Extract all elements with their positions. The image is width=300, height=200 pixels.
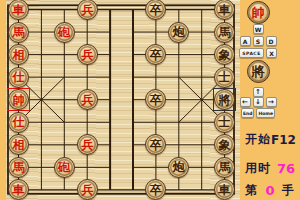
key-space: SPACE: [239, 48, 264, 58]
piece-black-advisor[interactable]: 士: [214, 112, 235, 133]
piece-glyph: 砲: [58, 26, 70, 38]
black-key-row-2: ←↓→: [240, 97, 276, 107]
piece-red-soldier[interactable]: 兵: [77, 44, 98, 65]
piece-glyph: 卒: [150, 94, 162, 106]
piece-glyph: 兵: [81, 4, 93, 16]
piece-glyph: 炮: [173, 161, 185, 173]
piece-glyph: 車: [13, 184, 25, 196]
piece-glyph: 仕: [13, 71, 25, 83]
red-general-indicator: 帥: [247, 1, 270, 24]
key-w: W: [253, 24, 264, 34]
key-home: Home: [256, 108, 275, 118]
key-d: D: [266, 36, 277, 46]
key-arrow-down: ↓: [253, 97, 264, 107]
start-label: 开始: [245, 131, 271, 148]
red-key-row-3: SPACEX: [240, 48, 276, 58]
piece-red-elephant[interactable]: 相: [8, 44, 29, 65]
xiangqi-board[interactable]: 車馬相仕帥仕相馬車砲砲兵兵兵兵兵卒卒卒卒卒炮炮車馬象士將士象馬車: [6, 0, 240, 200]
xiangqi-app: 車馬相仕帥仕相馬車砲砲兵兵兵兵兵卒卒卒卒卒炮炮車馬象士將士象馬車 帥 W ASD…: [0, 0, 300, 200]
piece-glyph: 炮: [173, 26, 185, 38]
piece-glyph: 兵: [81, 184, 93, 196]
piece-red-advisor[interactable]: 仕: [8, 67, 29, 88]
key-arrow-up: ↑: [253, 87, 264, 97]
piece-black-horse[interactable]: 馬: [214, 157, 235, 178]
piece-glyph: 士: [219, 71, 231, 83]
control-panel: 帥 W ASD SPACEX 將 ↑ ←↓→ EndHome 开始 F12 用时…: [240, 0, 300, 200]
piece-glyph: 車: [219, 184, 231, 196]
red-key-row-2: ASD: [240, 36, 276, 46]
piece-glyph: 兵: [81, 94, 93, 106]
piece-glyph: 馬: [13, 26, 25, 38]
piece-glyph: 馬: [13, 161, 25, 173]
piece-glyph: 帥: [13, 94, 25, 106]
piece-glyph: 相: [13, 139, 25, 151]
piece-red-advisor[interactable]: 仕: [8, 112, 29, 133]
piece-glyph: 卒: [150, 4, 162, 16]
piece-black-cannon[interactable]: 炮: [168, 157, 189, 178]
move-prefix: 第: [245, 182, 258, 199]
piece-black-chariot[interactable]: 車: [214, 179, 235, 200]
piece-black-cannon[interactable]: 炮: [168, 22, 189, 43]
piece-red-cannon[interactable]: 砲: [54, 157, 75, 178]
move-suffix: 手: [282, 182, 295, 199]
key-a: A: [240, 36, 251, 46]
status-start: 开始 F12: [242, 131, 298, 148]
piece-red-horse[interactable]: 馬: [8, 157, 29, 178]
piece-glyph: 象: [219, 139, 231, 151]
black-general-indicator: 將: [247, 60, 270, 83]
status-time: 用时 76: [242, 160, 298, 177]
key-s: S: [253, 36, 264, 46]
status-move: 第 0 手: [242, 182, 298, 199]
piece-glyph: 將: [219, 94, 231, 106]
time-value: 76: [277, 161, 295, 176]
piece-red-soldier[interactable]: 兵: [77, 179, 98, 200]
red-key-row-1: W: [240, 24, 276, 34]
piece-glyph: 卒: [150, 49, 162, 61]
piece-glyph: 士: [219, 116, 231, 128]
piece-red-cannon[interactable]: 砲: [54, 22, 75, 43]
piece-glyph: 兵: [81, 139, 93, 151]
key-x: X: [266, 48, 277, 58]
piece-glyph: 仕: [13, 116, 25, 128]
piece-black-horse[interactable]: 馬: [214, 22, 235, 43]
piece-glyph: 卒: [150, 139, 162, 151]
piece-glyph: 車: [219, 4, 231, 16]
piece-black-advisor[interactable]: 士: [214, 67, 235, 88]
black-key-row-3: EndHome: [240, 108, 276, 118]
piece-glyph: 象: [219, 49, 231, 61]
piece-glyph: 砲: [58, 161, 70, 173]
key-end: End: [241, 108, 255, 118]
piece-glyph: 馬: [219, 161, 231, 173]
piece-glyph: 馬: [219, 26, 231, 38]
piece-glyph: 相: [13, 49, 25, 61]
piece-red-soldier[interactable]: 兵: [77, 0, 98, 20]
piece-red-soldier[interactable]: 兵: [77, 134, 98, 155]
piece-glyph: 兵: [81, 49, 93, 61]
start-hotkey: F12: [271, 133, 296, 147]
piece-red-chariot[interactable]: 車: [8, 179, 29, 200]
key-arrow-left: ←: [240, 97, 251, 107]
piece-red-soldier[interactable]: 兵: [77, 89, 98, 110]
black-key-row-1: ↑: [240, 87, 276, 97]
time-label: 用时: [245, 160, 271, 177]
piece-red-horse[interactable]: 馬: [8, 22, 29, 43]
key-arrow-right: →: [266, 97, 277, 107]
move-number: 0: [265, 183, 274, 198]
piece-glyph: 車: [13, 4, 25, 16]
piece-red-chariot[interactable]: 車: [8, 0, 29, 20]
board-grid: [6, 0, 240, 200]
piece-glyph: 卒: [150, 184, 162, 196]
